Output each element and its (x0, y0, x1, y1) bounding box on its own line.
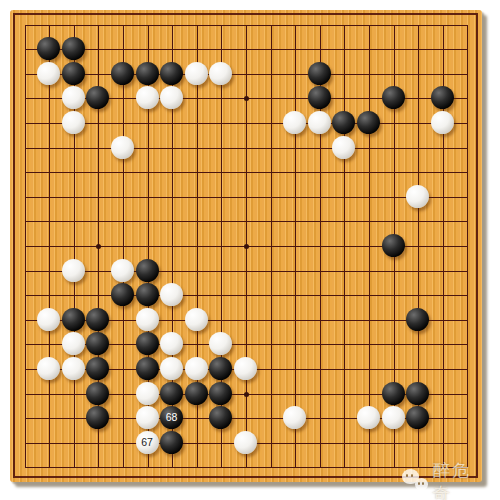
black-stone (382, 86, 405, 109)
white-stone (136, 86, 159, 109)
grid-horizontal-line (25, 271, 468, 272)
black-stone (209, 382, 232, 405)
black-stone (382, 382, 405, 405)
black-stone (136, 259, 159, 282)
black-stone (62, 308, 85, 331)
grid-horizontal-line (25, 467, 468, 468)
white-stone (136, 382, 159, 405)
white-stone (111, 259, 134, 282)
move-number-label: 68 (166, 412, 178, 423)
black-stone (62, 37, 85, 60)
black-stone (406, 382, 429, 405)
white-stone (62, 332, 85, 355)
black-stone (86, 308, 109, 331)
white-stone (283, 111, 306, 134)
black-stone (160, 431, 183, 454)
grid-vertical-line (369, 25, 370, 468)
black-stone (111, 283, 134, 306)
go-board: 6867 醉危奇 (10, 10, 482, 482)
grid-vertical-line (467, 25, 468, 468)
black-stone (357, 111, 380, 134)
white-stone (209, 62, 232, 85)
black-stone (160, 62, 183, 85)
black-stone (406, 308, 429, 331)
grid-vertical-line (271, 25, 272, 468)
white-stone (308, 111, 331, 134)
white-stone (431, 111, 454, 134)
white-stone (332, 136, 355, 159)
black-stone (136, 62, 159, 85)
white-stone (62, 259, 85, 282)
black-stone (136, 332, 159, 355)
black-stone (160, 382, 183, 405)
black-stone (86, 382, 109, 405)
black-stone (308, 86, 331, 109)
star-point (244, 244, 249, 249)
white-stone (382, 406, 405, 429)
black-stone (111, 62, 134, 85)
white-stone (136, 406, 159, 429)
white-stone (62, 86, 85, 109)
white-stone (234, 431, 257, 454)
white-stone (62, 357, 85, 380)
white-stone (185, 308, 208, 331)
white-stone (37, 308, 60, 331)
white-stone (185, 62, 208, 85)
white-stone (136, 308, 159, 331)
white-stone (406, 185, 429, 208)
black-stone (431, 86, 454, 109)
black-stone (308, 62, 331, 85)
white-stone (160, 357, 183, 380)
white-stone (37, 62, 60, 85)
grid-vertical-line (295, 25, 296, 468)
black-stone (136, 283, 159, 306)
white-stone (185, 357, 208, 380)
grid-horizontal-line (25, 295, 468, 296)
white-stone (62, 111, 85, 134)
white-stone (111, 136, 134, 159)
black-stone (62, 62, 85, 85)
mascot-blob-small (415, 478, 428, 490)
white-stone (234, 357, 257, 380)
white-stone (357, 406, 380, 429)
black-stone (136, 357, 159, 380)
white-stone: 67 (136, 431, 159, 454)
white-stone (37, 357, 60, 380)
black-stone (185, 382, 208, 405)
black-stone (382, 234, 405, 257)
move-number-label: 67 (141, 437, 153, 448)
grid-vertical-line (344, 25, 345, 468)
star-point (244, 392, 249, 397)
